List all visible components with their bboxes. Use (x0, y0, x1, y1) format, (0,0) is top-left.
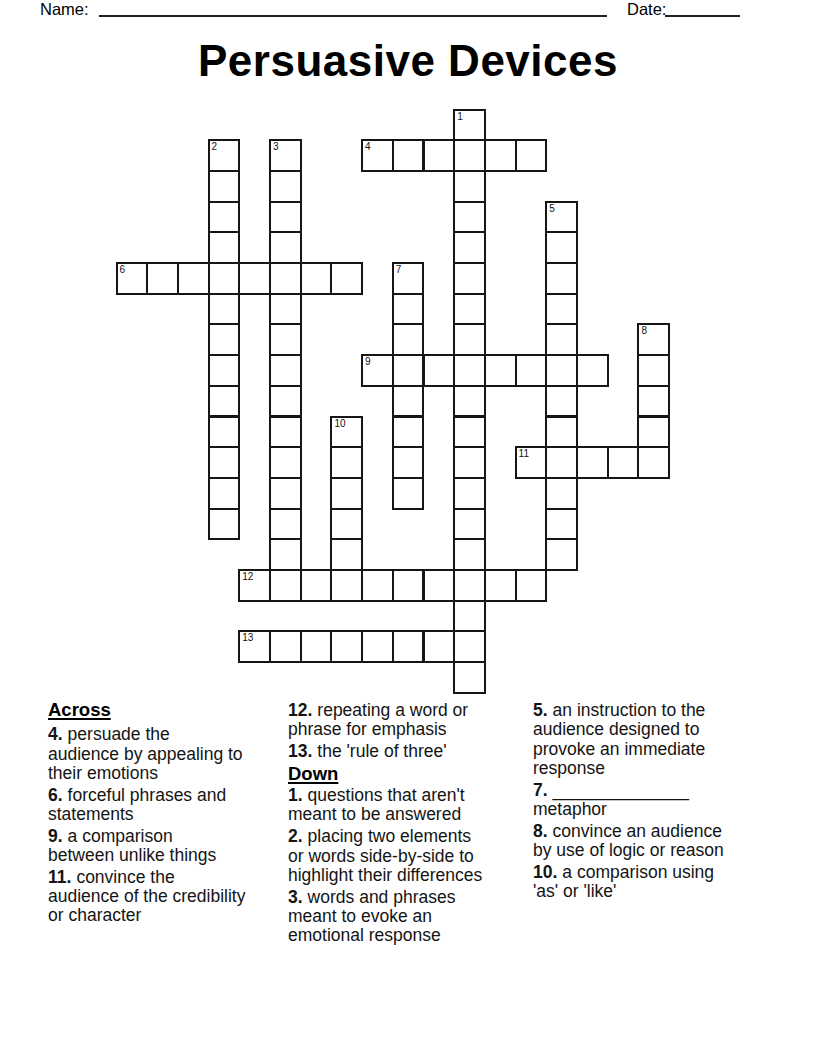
grid-cell-r8c17[interactable] (637, 354, 670, 387)
grid-cell-r5c1[interactable] (146, 262, 179, 295)
grid-cell-r16c11[interactable] (453, 600, 486, 633)
grid-cell-r7c14[interactable] (545, 323, 578, 356)
clue-down-7: 7.______________ metaphor (533, 781, 793, 820)
grid-cell-r15c4[interactable]: 12 (238, 569, 271, 602)
grid-cell-r17c5[interactable] (269, 630, 302, 663)
grid-cell-r5c5[interactable] (269, 262, 302, 295)
clue-text: a comparison using 'as' or 'like' (533, 862, 714, 901)
grid-cell-r11c16[interactable] (607, 446, 640, 479)
clue-down-5: 5.an instruction to the audience designe… (533, 701, 793, 778)
grid-cell-r11c9[interactable] (392, 446, 425, 479)
grid-cell-r10c9[interactable] (392, 416, 425, 449)
grid-cell-r17c7[interactable] (330, 630, 363, 663)
grid-cell-r3c14[interactable]: 5 (545, 201, 578, 234)
grid-cell-r5c6[interactable] (300, 262, 333, 295)
clue-number: 9. (48, 826, 63, 846)
grid-cell-r11c7[interactable] (330, 446, 363, 479)
grid-cell-r1c13[interactable] (515, 139, 548, 172)
grid-cell-r17c4[interactable]: 13 (238, 630, 271, 663)
grid-cell-r2c11[interactable] (453, 170, 486, 203)
clue-text: repeating a word or phrase for emphasis (288, 700, 468, 739)
grid-cell-r13c5[interactable] (269, 508, 302, 541)
clues-column-left: Across 4.persuade the audience by appeal… (48, 700, 286, 928)
grid-cell-r13c7[interactable] (330, 508, 363, 541)
grid-cell-r1c8[interactable]: 4 (361, 139, 394, 172)
clue-text: words and phrases meant to evoke an emot… (288, 887, 455, 946)
grid-cell-r11c14[interactable] (545, 446, 578, 479)
clue-text: an instruction to the audience designed … (533, 700, 705, 778)
grid-cell-r12c3[interactable] (208, 477, 241, 510)
grid-cell-r6c11[interactable] (453, 293, 486, 326)
grid-cell-r5c2[interactable] (177, 262, 210, 295)
grid-cell-r0c11[interactable]: 1 (453, 109, 486, 142)
clue-down-2: 2.placing two elements or words side-by-… (288, 827, 538, 885)
clue-number: 6. (48, 785, 63, 805)
grid-cell-r15c13[interactable] (515, 569, 548, 602)
grid-cell-r8c10[interactable] (423, 354, 456, 387)
grid-cell-r14c14[interactable] (545, 538, 578, 571)
cell-number: 8 (641, 325, 647, 336)
grid-cell-r12c5[interactable] (269, 477, 302, 510)
grid-cell-r5c9[interactable]: 7 (392, 262, 425, 295)
grid-cell-r8c8[interactable]: 9 (361, 354, 394, 387)
grid-cell-r11c3[interactable] (208, 446, 241, 479)
clue-text: ______________ metaphor (533, 780, 689, 819)
grid-cell-r8c14[interactable] (545, 354, 578, 387)
grid-cell-r15c12[interactable] (484, 569, 517, 602)
grid-cell-r3c5[interactable] (269, 201, 302, 234)
cell-number: 9 (365, 356, 371, 367)
clue-down-3: 3.words and phrases meant to evoke an em… (288, 888, 538, 946)
cell-number: 5 (549, 203, 555, 214)
clue-across-4: 4.persuade the audience by appealing to … (48, 725, 286, 783)
clue-number: 2. (288, 826, 303, 846)
grid-cell-r9c17[interactable] (637, 385, 670, 418)
grid-cell-r15c10[interactable] (423, 569, 456, 602)
grid-cell-r5c11[interactable] (453, 262, 486, 295)
grid-cell-r7c3[interactable] (208, 323, 241, 356)
cell-number: 7 (396, 264, 402, 275)
cell-number: 11 (519, 448, 529, 459)
grid-cell-r17c9[interactable] (392, 630, 425, 663)
grid-cell-r9c9[interactable] (392, 385, 425, 418)
cell-number: 10 (334, 418, 345, 429)
grid-cell-r10c17[interactable] (637, 416, 670, 449)
grid-cell-r18c11[interactable] (453, 661, 486, 694)
grid-cell-r15c6[interactable] (300, 569, 333, 602)
grid-cell-r6c9[interactable] (392, 293, 425, 326)
grid-cell-r7c17[interactable]: 8 (637, 323, 670, 356)
grid-cell-r1c10[interactable] (423, 139, 456, 172)
cell-number: 12 (242, 571, 253, 582)
clue-across-13: 13.the 'rule of three' (288, 742, 538, 761)
clue-number: 12. (288, 700, 312, 720)
down-heading: Down (288, 764, 538, 783)
grid-cell-r3c11[interactable] (453, 201, 486, 234)
clue-text: placing two elements or words side-by-si… (288, 826, 482, 885)
grid-cell-r15c5[interactable] (269, 569, 302, 602)
clue-number: 13. (288, 741, 312, 761)
grid-cell-r8c12[interactable] (484, 354, 517, 387)
grid-cell-r9c14[interactable] (545, 385, 578, 418)
clue-text: the 'rule of three' (317, 741, 446, 761)
cell-number: 1 (457, 111, 463, 122)
grid-cell-r13c3[interactable] (208, 508, 241, 541)
grid-cell-r10c3[interactable] (208, 416, 241, 449)
grid-cell-r8c11[interactable] (453, 354, 486, 387)
grid-cell-r9c5[interactable] (269, 385, 302, 418)
grid-cell-r14c5[interactable] (269, 538, 302, 571)
grid-cell-r15c8[interactable] (361, 569, 394, 602)
grid-cell-r8c3[interactable] (208, 354, 241, 387)
clue-text: a comparison between unlike things (48, 826, 216, 865)
grid-cell-r8c9[interactable] (392, 354, 425, 387)
clue-text: convince the audience of the credibility… (48, 867, 245, 926)
grid-cell-r17c10[interactable] (423, 630, 456, 663)
grid-cell-r9c11[interactable] (453, 385, 486, 418)
grid-cell-r5c4[interactable] (238, 262, 271, 295)
grid-cell-r11c17[interactable] (637, 446, 670, 479)
clue-across-9: 9.a comparison between unlike things (48, 827, 286, 866)
clue-number: 8. (533, 821, 548, 841)
clue-text: persuade the audience by appealing to th… (48, 724, 243, 783)
grid-cell-r6c3[interactable] (208, 293, 241, 326)
grid-cell-r2c5[interactable] (269, 170, 302, 203)
grid-cell-r1c12[interactable] (484, 139, 517, 172)
grid-cell-r17c11[interactable] (453, 630, 486, 663)
cell-number: 6 (120, 264, 126, 275)
clue-down-8: 8.convince an audience by use of logic o… (533, 822, 793, 861)
grid-cell-r1c5[interactable]: 3 (269, 139, 302, 172)
clue-number: 10. (533, 862, 557, 882)
clue-down-1: 1.questions that aren't meant to be answ… (288, 786, 538, 825)
grid-cell-r12c7[interactable] (330, 477, 363, 510)
clue-across-6: 6.forceful phrases and statements (48, 786, 286, 825)
grid-cell-r7c9[interactable] (392, 323, 425, 356)
grid-cell-r3c3[interactable] (208, 201, 241, 234)
clue-text: forceful phrases and statements (48, 785, 226, 824)
grid-cell-r8c15[interactable] (576, 354, 609, 387)
grid-cell-r4c14[interactable] (545, 231, 578, 264)
cell-number: 2 (212, 141, 218, 152)
clue-number: 11. (48, 867, 71, 887)
grid-cell-r4c3[interactable] (208, 231, 241, 264)
grid-cell-r11c5[interactable] (269, 446, 302, 479)
grid-cell-r7c5[interactable] (269, 323, 302, 356)
grid-cell-r6c5[interactable] (269, 293, 302, 326)
grid-cell-r13c11[interactable] (453, 508, 486, 541)
clues-column-middle: 12.repeating a word or phrase for emphas… (288, 701, 538, 948)
grid-cell-r6c14[interactable] (545, 293, 578, 326)
grid-cell-r11c15[interactable] (576, 446, 609, 479)
grid-cell-r10c7[interactable]: 10 (330, 416, 363, 449)
grid-cell-r13c14[interactable] (545, 508, 578, 541)
grid-cell-r8c5[interactable] (269, 354, 302, 387)
clues-column-right: 5.an instruction to the audience designe… (533, 701, 793, 904)
clue-number: 7. (533, 780, 548, 800)
cell-number: 13 (242, 632, 253, 643)
grid-cell-r5c3[interactable] (208, 262, 241, 295)
grid-cell-r1c11[interactable] (453, 139, 486, 172)
grid-cell-r4c5[interactable] (269, 231, 302, 264)
grid-cell-r11c11[interactable] (453, 446, 486, 479)
grid-cell-r5c7[interactable] (330, 262, 363, 295)
across-heading: Across (48, 700, 286, 719)
grid-cell-r10c14[interactable] (545, 416, 578, 449)
grid-cell-r9c3[interactable] (208, 385, 241, 418)
grid-cell-r5c0[interactable]: 6 (116, 262, 149, 295)
clue-across-11: 11.convince the audience of the credibil… (48, 868, 286, 926)
clue-text: convince an audience by use of logic or … (533, 821, 724, 860)
grid-cell-r10c5[interactable] (269, 416, 302, 449)
grid-cell-r5c14[interactable] (545, 262, 578, 295)
clue-number: 5. (533, 700, 548, 720)
grid-cell-r1c3[interactable]: 2 (208, 139, 241, 172)
grid-cell-r12c11[interactable] (453, 477, 486, 510)
clue-down-10: 10.a comparison using 'as' or 'like' (533, 863, 793, 902)
grid-cell-r17c8[interactable] (361, 630, 394, 663)
grid-cell-r15c11[interactable] (453, 569, 486, 602)
clue-number: 1. (288, 785, 303, 805)
cell-number: 4 (365, 141, 371, 152)
cell-number: 3 (273, 141, 279, 152)
clue-across-12: 12.repeating a word or phrase for emphas… (288, 701, 538, 740)
grid-cell-r17c6[interactable] (300, 630, 333, 663)
grid-cell-r12c14[interactable] (545, 477, 578, 510)
grid-cell-r14c7[interactable] (330, 538, 363, 571)
grid-cell-r8c13[interactable] (515, 354, 548, 387)
grid-cell-r2c3[interactable] (208, 170, 241, 203)
grid-cell-r11c13[interactable]: 11 (515, 446, 548, 479)
clue-text: questions that aren't meant to be answer… (288, 785, 465, 824)
grid-cell-r15c7[interactable] (330, 569, 363, 602)
grid-cell-r12c9[interactable] (392, 477, 425, 510)
grid-cell-r15c9[interactable] (392, 569, 425, 602)
clue-number: 4. (48, 724, 63, 744)
grid-cell-r7c11[interactable] (453, 323, 486, 356)
grid-cell-r4c11[interactable] (453, 231, 486, 264)
grid-cell-r10c11[interactable] (453, 416, 486, 449)
clue-number: 3. (288, 887, 303, 907)
grid-cell-r14c11[interactable] (453, 538, 486, 571)
grid-cell-r1c9[interactable] (392, 139, 425, 172)
